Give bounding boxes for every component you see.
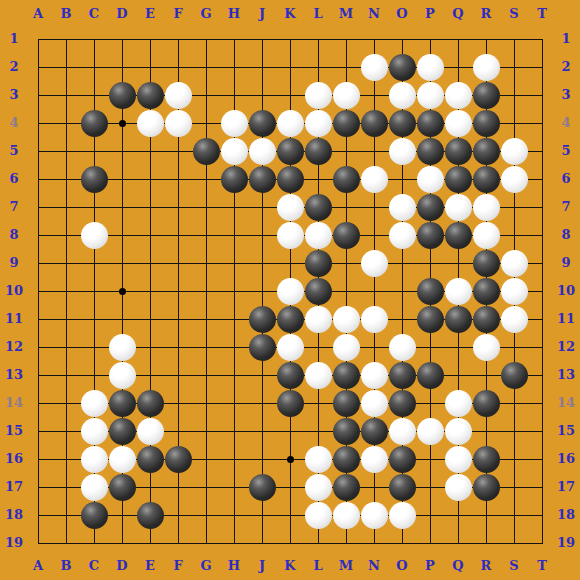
stone-black-J4 [249,110,276,137]
col-label-bottom-K: K [276,558,304,574]
stone-black-C6 [81,166,108,193]
stone-white-N11 [361,306,388,333]
col-label-bottom-S: S [500,558,528,574]
stone-white-K10 [277,278,304,305]
stone-black-R9 [473,250,500,277]
stone-white-N13 [361,362,388,389]
stone-white-M11 [333,306,360,333]
stone-white-P15 [417,418,444,445]
stone-black-J17 [249,474,276,501]
stone-black-R10 [473,278,500,305]
stone-white-P2 [417,54,444,81]
star-point-D10 [119,288,126,295]
row-label-left-1: 1 [0,31,28,47]
stone-black-K11 [277,306,304,333]
col-label-bottom-H: H [220,558,248,574]
stone-black-F16 [165,446,192,473]
stone-white-O3 [389,82,416,109]
stone-white-J5 [249,138,276,165]
stone-white-P3 [417,82,444,109]
stone-white-Q7 [445,194,472,221]
stone-black-L10 [305,278,332,305]
col-label-bottom-T: T [528,558,556,574]
stone-white-S10 [501,278,528,305]
col-label-bottom-G: G [192,558,220,574]
col-label-top-J: J [248,6,276,22]
row-label-right-3: 3 [552,87,580,103]
col-label-top-P: P [416,6,444,22]
stone-black-K14 [277,390,304,417]
stone-black-M14 [333,390,360,417]
col-label-top-F: F [164,6,192,22]
stone-black-L9 [305,250,332,277]
stone-black-E16 [137,446,164,473]
stone-black-R3 [473,82,500,109]
stone-white-Q14 [445,390,472,417]
stone-white-K12 [277,334,304,361]
col-label-top-L: L [304,6,332,22]
stone-white-P6 [417,166,444,193]
row-label-left-11: 11 [0,311,28,327]
stone-white-K7 [277,194,304,221]
stone-white-R7 [473,194,500,221]
stone-white-L3 [305,82,332,109]
row-label-right-17: 17 [552,479,580,495]
stone-white-N16 [361,446,388,473]
stone-white-L8 [305,222,332,249]
col-label-top-B: B [52,6,80,22]
stone-black-E3 [137,82,164,109]
stone-black-Q6 [445,166,472,193]
stone-white-E15 [137,418,164,445]
stone-white-L13 [305,362,332,389]
stone-white-L18 [305,502,332,529]
stone-white-N9 [361,250,388,277]
col-label-top-N: N [360,6,388,22]
stone-white-R8 [473,222,500,249]
stone-black-O16 [389,446,416,473]
col-label-top-C: C [80,6,108,22]
row-label-right-11: 11 [552,311,580,327]
stone-black-C18 [81,502,108,529]
stone-white-M12 [333,334,360,361]
col-label-bottom-D: D [108,558,136,574]
stone-white-E4 [137,110,164,137]
col-label-top-T: T [528,6,556,22]
stone-white-F3 [165,82,192,109]
stone-black-D17 [109,474,136,501]
stone-white-M3 [333,82,360,109]
row-label-left-8: 8 [0,227,28,243]
row-label-left-3: 3 [0,87,28,103]
row-label-left-12: 12 [0,339,28,355]
stone-black-C4 [81,110,108,137]
row-label-left-6: 6 [0,171,28,187]
stone-white-C17 [81,474,108,501]
stone-black-P8 [417,222,444,249]
col-label-top-S: S [500,6,528,22]
row-label-left-9: 9 [0,255,28,271]
stone-black-Q11 [445,306,472,333]
stone-black-M4 [333,110,360,137]
col-label-bottom-F: F [164,558,192,574]
stone-white-N6 [361,166,388,193]
stone-black-R16 [473,446,500,473]
stone-black-R6 [473,166,500,193]
row-label-left-7: 7 [0,199,28,215]
col-label-bottom-L: L [304,558,332,574]
row-label-right-1: 1 [552,31,580,47]
stone-black-P10 [417,278,444,305]
stone-black-Q5 [445,138,472,165]
stone-black-P11 [417,306,444,333]
stone-black-S13 [501,362,528,389]
row-label-right-10: 10 [552,283,580,299]
stone-white-O15 [389,418,416,445]
col-label-top-R: R [472,6,500,22]
row-label-left-18: 18 [0,507,28,523]
row-label-left-2: 2 [0,59,28,75]
stone-white-C15 [81,418,108,445]
stone-white-O5 [389,138,416,165]
stone-black-O17 [389,474,416,501]
row-label-right-19: 19 [552,535,580,551]
stone-white-O12 [389,334,416,361]
stone-white-O7 [389,194,416,221]
col-label-bottom-J: J [248,558,276,574]
col-label-top-O: O [388,6,416,22]
col-label-bottom-P: P [416,558,444,574]
row-label-right-14: 14 [552,395,580,411]
stone-white-C16 [81,446,108,473]
col-label-top-Q: Q [444,6,472,22]
grid-line-h-19 [38,543,543,544]
col-label-top-E: E [136,6,164,22]
stone-white-D16 [109,446,136,473]
row-label-left-16: 16 [0,451,28,467]
stone-black-R14 [473,390,500,417]
stone-black-J6 [249,166,276,193]
stone-white-C14 [81,390,108,417]
stone-black-P7 [417,194,444,221]
stone-white-S11 [501,306,528,333]
stone-white-D12 [109,334,136,361]
stone-black-O14 [389,390,416,417]
stone-white-L4 [305,110,332,137]
stone-white-Q15 [445,418,472,445]
stone-black-M16 [333,446,360,473]
stone-black-R5 [473,138,500,165]
stone-black-R11 [473,306,500,333]
col-label-top-K: K [276,6,304,22]
star-point-D4 [119,120,126,127]
row-label-right-5: 5 [552,143,580,159]
stone-black-R4 [473,110,500,137]
stone-black-H6 [221,166,248,193]
stone-white-N2 [361,54,388,81]
stone-white-M18 [333,502,360,529]
col-label-top-G: G [192,6,220,22]
stone-black-O4 [389,110,416,137]
col-label-top-D: D [108,6,136,22]
row-label-left-17: 17 [0,479,28,495]
row-label-right-16: 16 [552,451,580,467]
stone-black-D15 [109,418,136,445]
stone-white-H4 [221,110,248,137]
row-label-right-12: 12 [552,339,580,355]
stone-white-N14 [361,390,388,417]
row-label-left-10: 10 [0,283,28,299]
row-label-left-15: 15 [0,423,28,439]
stone-white-Q16 [445,446,472,473]
grid-line-h-18 [38,515,543,516]
grid-line-v-T [542,39,543,544]
stone-black-N15 [361,418,388,445]
stone-white-Q4 [445,110,472,137]
stone-black-P4 [417,110,444,137]
stone-white-S5 [501,138,528,165]
stone-black-J12 [249,334,276,361]
stone-white-O18 [389,502,416,529]
stone-black-M8 [333,222,360,249]
col-label-bottom-M: M [332,558,360,574]
row-label-right-15: 15 [552,423,580,439]
stone-white-R2 [473,54,500,81]
col-label-bottom-C: C [80,558,108,574]
star-point-K16 [287,456,294,463]
row-label-right-6: 6 [552,171,580,187]
stone-black-L5 [305,138,332,165]
stone-black-K6 [277,166,304,193]
stone-white-C8 [81,222,108,249]
stone-black-K5 [277,138,304,165]
col-label-bottom-R: R [472,558,500,574]
stone-black-O2 [389,54,416,81]
row-label-left-4: 4 [0,115,28,131]
stone-white-L16 [305,446,332,473]
col-label-bottom-N: N [360,558,388,574]
stone-black-M6 [333,166,360,193]
row-label-right-18: 18 [552,507,580,523]
stone-white-S6 [501,166,528,193]
stone-white-F4 [165,110,192,137]
col-label-top-M: M [332,6,360,22]
stone-black-E14 [137,390,164,417]
stone-black-L7 [305,194,332,221]
row-label-right-4: 4 [552,115,580,131]
row-label-left-13: 13 [0,367,28,383]
stone-white-O8 [389,222,416,249]
stone-black-Q8 [445,222,472,249]
stone-black-O13 [389,362,416,389]
stone-white-K4 [277,110,304,137]
stone-black-P13 [417,362,444,389]
stone-black-E18 [137,502,164,529]
stone-white-R12 [473,334,500,361]
go-board[interactable]: AA11BB22CC33DD44EE55FF66GG77HH88JJ99KK10… [0,0,580,580]
row-label-left-5: 5 [0,143,28,159]
row-label-right-8: 8 [552,227,580,243]
col-label-bottom-Q: Q [444,558,472,574]
col-label-bottom-E: E [136,558,164,574]
col-label-bottom-B: B [52,558,80,574]
stone-white-Q10 [445,278,472,305]
stone-white-L17 [305,474,332,501]
row-label-right-2: 2 [552,59,580,75]
row-label-right-7: 7 [552,199,580,215]
col-label-bottom-O: O [388,558,416,574]
row-label-right-13: 13 [552,367,580,383]
row-label-left-14: 14 [0,395,28,411]
stone-black-P5 [417,138,444,165]
stone-black-M15 [333,418,360,445]
stone-white-K8 [277,222,304,249]
col-label-top-H: H [220,6,248,22]
stone-white-Q3 [445,82,472,109]
stone-black-G5 [193,138,220,165]
stone-black-J11 [249,306,276,333]
stone-black-M13 [333,362,360,389]
row-label-left-19: 19 [0,535,28,551]
row-label-right-9: 9 [552,255,580,271]
stone-white-D13 [109,362,136,389]
stone-white-Q17 [445,474,472,501]
stone-white-S9 [501,250,528,277]
stone-white-H5 [221,138,248,165]
stone-black-M17 [333,474,360,501]
stone-black-D14 [109,390,136,417]
col-label-top-A: A [24,6,52,22]
col-label-bottom-A: A [24,558,52,574]
stone-black-R17 [473,474,500,501]
stone-black-N4 [361,110,388,137]
stone-black-K13 [277,362,304,389]
stone-white-N18 [361,502,388,529]
stone-black-D3 [109,82,136,109]
stone-white-L11 [305,306,332,333]
